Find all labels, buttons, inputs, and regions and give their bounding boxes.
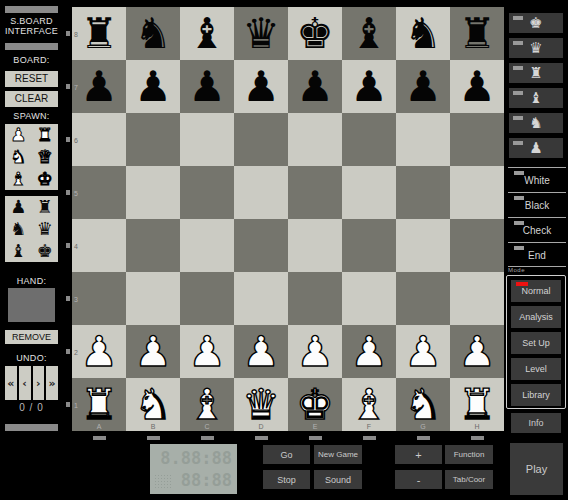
piece-select-button-pawn[interactable]: ♟ [509,138,563,158]
square-f4[interactable] [342,219,396,272]
square-f1[interactable]: F♝ [342,378,396,431]
piece-white-pawn[interactable]: ♟ [342,325,396,378]
square-e2[interactable]: ♟ [288,325,342,378]
file-tick-icon [363,436,376,440]
spawn-black-piece-tray: ♟♜♞♛♝♚ [5,196,58,262]
square-h3[interactable] [450,272,504,325]
piece-select-button-queen[interactable]: ♛ [509,38,563,58]
top-divider-bar [5,6,58,13]
square-g3[interactable] [396,272,450,325]
rank-label: 2 [74,348,78,355]
square-h6[interactable] [450,113,504,166]
square-c4[interactable] [180,219,234,272]
file-label: H [474,423,479,430]
square-e1[interactable]: E♚ [288,378,342,431]
square-e4[interactable] [288,219,342,272]
spawn-white-piece-tray: ♟♜♞♛♝♚ [5,124,58,190]
black-button-label: Black [525,200,549,211]
square-e7[interactable]: ♟ [288,60,342,113]
tab-coor-button[interactable]: Tab/Coor [445,470,493,489]
rank-label: 1 [74,401,78,408]
square-g8[interactable]: ♞ [396,7,450,60]
square-h7[interactable]: ♟ [450,60,504,113]
rank-label: 3 [74,295,78,302]
button-nub-icon [513,141,523,145]
square-d2[interactable]: ♟ [234,325,288,378]
button-nub-icon [514,196,524,200]
hand-section-label: HAND: [0,276,63,286]
new-game-button[interactable]: New Game [314,445,362,464]
piece-black-pawn[interactable]: ♟ [180,60,234,113]
piece-black-pawn[interactable]: ♟ [342,60,396,113]
piece-black-bishop[interactable]: ♝ [180,7,234,60]
piece-white-pawn[interactable]: ♟ [396,325,450,378]
button-nub-icon [514,221,524,225]
mode-button-level[interactable]: Level [511,358,561,380]
square-d4[interactable] [234,219,288,272]
piece-white-pawn[interactable]: ♟ [126,325,180,378]
undo-move-counter: 0 / 0 [0,402,63,413]
square-d3[interactable] [234,272,288,325]
rank-tick-icon [66,137,70,142]
button-nub-icon [514,171,524,175]
file-label: A [97,423,102,430]
spawn-white-king[interactable]: ♚ [37,169,53,189]
mode-button-library-label: Library [522,390,550,400]
piece-black-king[interactable]: ♚ [288,7,342,60]
piece-select-button-bishop[interactable]: ♝ [509,88,563,108]
reset-button[interactable]: RESET [5,71,58,87]
square-c7[interactable]: ♟ [180,60,234,113]
piece-black-pawn[interactable]: ♟ [396,60,450,113]
square-c5[interactable] [180,166,234,219]
piece-black-pawn[interactable]: ♟ [234,60,288,113]
file-tick-icon [93,436,106,440]
square-c1[interactable]: C♝ [180,378,234,431]
square-a8[interactable]: 8♜ [72,7,126,60]
square-c6[interactable] [180,113,234,166]
piece-white-pawn[interactable]: ♟ [450,325,504,378]
square-a2[interactable]: 2♟ [72,325,126,378]
piece-black-knight[interactable]: ♞ [126,7,180,60]
play-button[interactable]: Play [510,443,563,495]
rank-tick-icon [66,402,70,407]
white-button[interactable]: White [508,168,566,191]
square-b2[interactable]: ♟ [126,325,180,378]
chess-board: 8♜♞♝♛♚♝♞♜7♟♟♟♟♟♟♟♟65432♟♟♟♟♟♟♟♟1A♜B♞C♝D♛… [72,7,504,431]
square-g6[interactable] [396,113,450,166]
spawn-white-pawn[interactable]: ♟ [10,125,26,145]
rank-tick-icon [66,31,70,36]
check-button-label: Check [523,225,551,236]
spawn-white-bishop[interactable]: ♝ [10,169,26,189]
square-h5[interactable] [450,166,504,219]
mode-button-analysis[interactable]: Analysis [511,306,561,328]
square-f3[interactable] [342,272,396,325]
spawn-white-rook[interactable]: ♜ [37,125,53,145]
bottom-divider-bar [5,424,58,431]
hand-slot[interactable] [8,288,55,322]
file-tick-icon [201,436,214,440]
board-section-label: BOARD: [0,55,63,65]
square-a3[interactable]: 3 [72,272,126,325]
square-a4[interactable]: 4 [72,219,126,272]
square-b4[interactable] [126,219,180,272]
file-label: G [420,423,425,430]
rank-label: 4 [74,242,78,249]
check-button[interactable]: Check [508,218,566,241]
spawn-white-queen[interactable]: ♛ [37,147,53,167]
piece-black-pawn[interactable]: ♟ [288,60,342,113]
button-nub-icon [513,116,523,120]
app-title-line2: INTERFACE [0,26,63,36]
square-e6[interactable] [288,113,342,166]
file-label: B [151,423,156,430]
square-d6[interactable] [234,113,288,166]
square-d5[interactable] [234,166,288,219]
square-h4[interactable] [450,219,504,272]
piece-select-button-king[interactable]: ♚ [509,13,563,33]
file-tick-icon [147,436,160,440]
spawn-black-knight[interactable]: ♞ [10,219,26,239]
rank-label: 6 [74,136,78,143]
square-a1[interactable]: 1A♜ [72,378,126,431]
info-button[interactable]: Info [511,413,561,433]
remove-button[interactable]: REMOVE [5,330,58,344]
mode-button-level-label: Level [525,364,547,374]
mode-button-normal[interactable]: Normal [511,280,561,302]
rank-tick-icon [66,296,70,301]
piece-black-pawn[interactable]: ♟ [126,60,180,113]
end-button[interactable]: End [508,243,566,266]
undo-back-button[interactable]: ‹ [19,366,31,400]
square-c2[interactable]: ♟ [180,325,234,378]
square-f2[interactable]: ♟ [342,325,396,378]
redo-last-button[interactable]: » [46,366,58,400]
rank-label: 7 [74,83,78,90]
stop-button[interactable]: Stop [263,470,310,489]
file-label: E [313,423,318,430]
black-button[interactable]: Black [508,193,566,216]
square-a7[interactable]: 7♟ [72,60,126,113]
square-f5[interactable] [342,166,396,219]
piece-white-pawn[interactable]: ♟ [180,325,234,378]
spawn-black-queen[interactable]: ♛ [37,219,53,239]
lcd-main-time: 8.88:88 [160,448,232,468]
mode-button-library[interactable]: Library [511,384,561,406]
piece-white-pawn[interactable]: ♟ [72,325,126,378]
piece-black-pawn[interactable]: ♟ [450,60,504,113]
lcd-clock-display: 8.88:88 88:88 [150,444,237,494]
square-b8[interactable]: ♞ [126,7,180,60]
piece-black-rook[interactable]: ♜ [450,7,504,60]
square-e5[interactable] [288,166,342,219]
piece-black-rook[interactable]: ♜ [72,7,126,60]
piece-black-pawn[interactable]: ♟ [72,60,126,113]
square-f7[interactable]: ♟ [342,60,396,113]
square-f6[interactable] [342,113,396,166]
minus-button[interactable]: - [395,470,442,489]
button-nub-icon [513,41,523,45]
square-h8[interactable]: ♜ [450,7,504,60]
piece-white-pawn[interactable]: ♟ [234,325,288,378]
mode-button-setup[interactable]: Set Up [511,332,561,354]
square-b1[interactable]: B♞ [126,378,180,431]
square-d8[interactable]: ♛ [234,7,288,60]
square-g7[interactable]: ♟ [396,60,450,113]
square-e3[interactable] [288,272,342,325]
rank-label: 5 [74,189,78,196]
mode-button-setup-label: Set Up [522,338,550,348]
file-tick-icon [309,436,322,440]
go-button[interactable]: Go [263,445,310,464]
square-f8[interactable]: ♝ [342,7,396,60]
square-a5[interactable]: 5 [72,166,126,219]
square-h2[interactable]: ♟ [450,325,504,378]
file-label: D [258,423,263,430]
function-button[interactable]: Function [445,445,493,464]
white-button-label: White [524,175,550,186]
redo-forward-button[interactable]: › [33,366,45,400]
lcd-secondary-time: 88:88 [181,470,232,490]
file-label: C [204,423,209,430]
lcd-dot-matrix-icon [154,474,171,489]
title-divider-bar [5,43,58,50]
square-b3[interactable] [126,272,180,325]
piece-black-bishop[interactable]: ♝ [342,7,396,60]
sound-button[interactable]: Sound [314,470,362,489]
piece-select-button-rook[interactable]: ♜ [509,63,563,83]
button-nub-icon [513,91,523,95]
piece-select-button-knight[interactable]: ♞ [509,113,563,133]
rank-label: 8 [74,30,78,37]
spawn-black-bishop[interactable]: ♝ [10,241,26,261]
square-d1[interactable]: D♛ [234,378,288,431]
square-g4[interactable] [396,219,450,272]
square-g5[interactable] [396,166,450,219]
sboard-interface-app: S.BOARD INTERFACE BOARD: RESET CLEAR SPA… [0,0,568,500]
spawn-black-king[interactable]: ♚ [37,241,53,261]
square-c8[interactable]: ♝ [180,7,234,60]
clear-button[interactable]: CLEAR [5,91,58,107]
undo-first-button[interactable]: « [5,366,17,400]
mode-button-normal-label: Normal [521,286,550,296]
rank-tick-icon [66,84,70,89]
square-b5[interactable] [126,166,180,219]
piece-black-knight[interactable]: ♞ [396,7,450,60]
spawn-black-pawn[interactable]: ♟ [10,197,26,217]
spawn-white-knight[interactable]: ♞ [10,147,26,167]
end-button-label: End [528,250,546,261]
piece-black-queen[interactable]: ♛ [234,7,288,60]
file-tick-icon [255,436,268,440]
spawn-section-label: SPAWN: [0,111,63,121]
button-nub-icon [514,246,524,250]
square-g1[interactable]: G♞ [396,378,450,431]
button-nub-icon [513,66,523,70]
file-tick-icon [417,436,430,440]
undo-section-label: UNDO: [0,353,63,363]
square-b7[interactable]: ♟ [126,60,180,113]
square-h1[interactable]: H♜ [450,378,504,431]
square-a6[interactable]: 6 [72,113,126,166]
button-nub-icon [513,16,523,20]
app-title-line1: S.BOARD [0,16,63,26]
plus-button[interactable]: + [395,445,442,464]
square-e8[interactable]: ♚ [288,7,342,60]
piece-white-pawn[interactable]: ♟ [288,325,342,378]
active-mode-indicator-icon [516,282,528,286]
square-g2[interactable]: ♟ [396,325,450,378]
rank-tick-icon [66,190,70,195]
rank-tick-icon [66,349,70,354]
square-b6[interactable] [126,113,180,166]
square-d7[interactable]: ♟ [234,60,288,113]
square-c3[interactable] [180,272,234,325]
file-tick-icon [471,436,484,440]
spawn-black-rook[interactable]: ♜ [37,197,53,217]
mode-group-label: Mode [508,267,525,273]
rank-tick-icon [66,243,70,248]
mode-button-analysis-label: Analysis [519,312,553,322]
file-label: F [367,423,371,430]
